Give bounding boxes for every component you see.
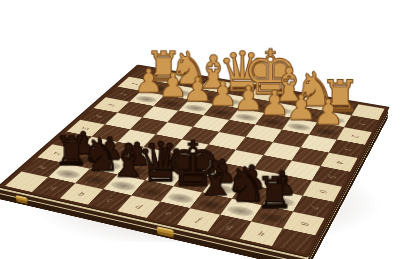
black-rook-glyph: ♜: [54, 131, 85, 173]
brass-hinge: [16, 195, 28, 204]
chess-set-photo: abcdefgh1122334455667788abcdefgh ♜♞♝♛♚♝♞…: [58, 0, 358, 259]
white-pawn-glyph: ♟: [208, 77, 235, 113]
black-king-glyph: ♚: [165, 133, 197, 198]
brass-clasp: [157, 226, 174, 238]
white-pawn-glyph: ♟: [158, 68, 185, 103]
black-rook-glyph: ♜: [256, 172, 289, 217]
white-pawn-glyph: ♟: [134, 64, 161, 99]
chessboard: abcdefgh1122334455667788abcdefgh ♜♞♝♛♚♝♞…: [0, 64, 390, 257]
white-pawn-glyph: ♟: [233, 81, 261, 117]
black-knight-glyph: ♞: [81, 132, 112, 179]
white-pawn-glyph: ♟: [313, 94, 341, 131]
black-bishop-glyph: ♝: [195, 155, 227, 204]
white-pawn-glyph: ♟: [286, 90, 314, 127]
white-pawn-glyph: ♟: [183, 72, 210, 107]
black-knight-glyph: ♞: [225, 161, 258, 211]
black-queen-glyph: ♛: [137, 134, 169, 191]
black-bishop-glyph: ♝: [108, 138, 139, 185]
white-pawn-glyph: ♟: [259, 85, 287, 121]
